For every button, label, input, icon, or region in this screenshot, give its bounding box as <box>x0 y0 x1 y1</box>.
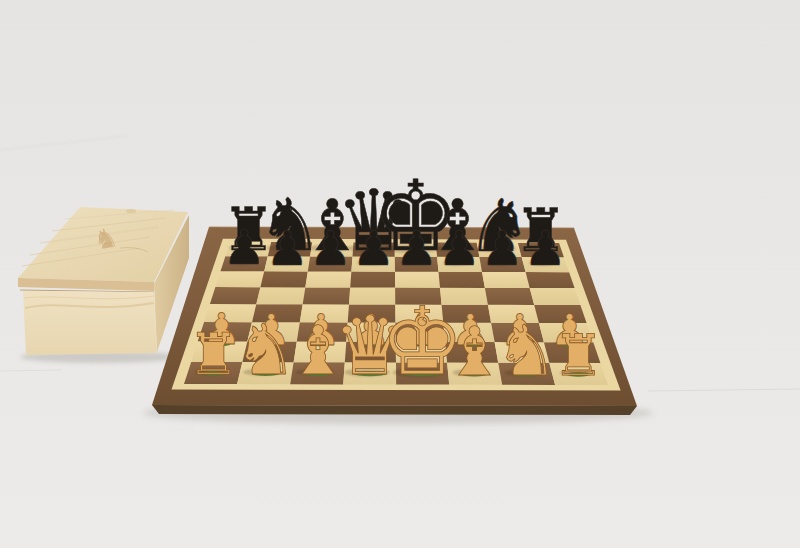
piece-black-pawn-h7: ♟ <box>524 221 567 276</box>
piece-white-rook-a1: ♜ <box>188 321 239 388</box>
piece-black-pawn-a7: ♟ <box>223 219 266 275</box>
piece-black-pawn-c7: ♟ <box>309 220 352 276</box>
box-lid-knot <box>126 209 136 213</box>
box-front-face <box>23 291 157 355</box>
piece-black-pawn-d7: ♟ <box>352 220 395 276</box>
chess-board: ♜♞♝♛♚♝♞♜♟♟♟♟♟♟♟♟♟♟♟♟♟♟♟♟♜♞♝♛♚♝♞♜ <box>152 159 637 415</box>
scene-svg: ♞ ♜♞♝♛♚♝♞♜♟♟♟♟♟♟♟♟♟♟♟♟♟♟♟♟♜♞♝♛♚♝♞♜ <box>0 0 800 548</box>
board-front-edge <box>152 405 637 415</box>
piece-black-pawn-b7: ♟ <box>266 220 309 276</box>
photo-scene: ♞ ♜♞♝♛♚♝♞♜♟♟♟♟♟♟♟♟♟♟♟♟♟♟♟♟♜♞♝♛♚♝♞♜ <box>0 0 800 548</box>
square-g5 <box>485 288 534 305</box>
piece-white-rook-h1: ♜ <box>553 322 604 388</box>
piece-black-pawn-f7: ♟ <box>438 220 481 276</box>
square-a5 <box>210 287 261 304</box>
piece-white-knight-g1: ♞ <box>495 310 557 391</box>
piece-black-pawn-g7: ♟ <box>481 221 524 276</box>
piece-black-pawn-e7: ♟ <box>395 220 438 276</box>
square-h5 <box>530 288 581 305</box>
square-b5 <box>256 287 305 304</box>
